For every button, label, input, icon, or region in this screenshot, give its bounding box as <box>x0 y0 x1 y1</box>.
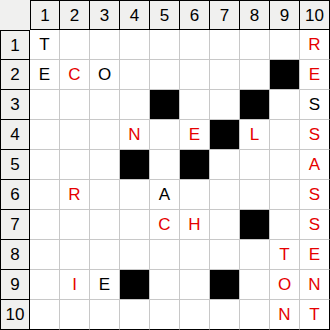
row-header-7: 7 <box>0 210 30 240</box>
cell-r7-c5[interactable]: C <box>150 210 180 240</box>
entered-letter: E <box>309 66 320 83</box>
cell-r3-c9[interactable] <box>270 90 300 120</box>
cell-r5-c5[interactable] <box>150 150 180 180</box>
cell-r10-c7[interactable] <box>210 300 240 330</box>
entered-letter: N <box>128 126 140 143</box>
entered-letter: S <box>309 186 320 203</box>
entered-letter: I <box>72 276 77 293</box>
cell-r8-c8[interactable] <box>240 240 270 270</box>
cell-r5-c8[interactable] <box>240 150 270 180</box>
cell-r3-c1[interactable] <box>30 90 60 120</box>
entered-letter: N <box>308 276 320 293</box>
cell-r1-c9[interactable] <box>270 30 300 60</box>
cell-r4-c2[interactable] <box>60 120 90 150</box>
entered-letter: C <box>68 66 80 83</box>
col-header-8: 8 <box>240 0 270 30</box>
cell-r2-c5[interactable] <box>150 60 180 90</box>
row-header-6: 6 <box>0 180 30 210</box>
cell-r6-c10[interactable]: S <box>300 180 330 210</box>
cell-r6-c6[interactable] <box>180 180 210 210</box>
cell-r8-c9[interactable]: T <box>270 240 300 270</box>
cell-r7-c3[interactable] <box>90 210 120 240</box>
cell-r2-c4[interactable] <box>120 60 150 90</box>
cell-r7-c1[interactable] <box>30 210 60 240</box>
cell-r9-c2[interactable]: I <box>60 270 90 300</box>
col-header-7: 7 <box>210 0 240 30</box>
cell-r1-c2[interactable] <box>60 30 90 60</box>
entered-letter: S <box>309 126 320 143</box>
cell-r1-c5[interactable] <box>150 30 180 60</box>
cell-r2-c6[interactable] <box>180 60 210 90</box>
cell-r2-c1[interactable]: E <box>30 60 60 90</box>
black-cell-r5-c6 <box>180 150 210 180</box>
cell-r10-c6[interactable] <box>180 300 210 330</box>
cell-r5-c2[interactable] <box>60 150 90 180</box>
cell-r1-c3[interactable] <box>90 30 120 60</box>
cell-r2-c7[interactable] <box>210 60 240 90</box>
cell-r6-c8[interactable] <box>240 180 270 210</box>
cell-r6-c7[interactable] <box>210 180 240 210</box>
cell-r4-c5[interactable] <box>150 120 180 150</box>
cell-r8-c10[interactable]: E <box>300 240 330 270</box>
row-header-10: 10 <box>0 300 30 330</box>
cell-r8-c6[interactable] <box>180 240 210 270</box>
row-header-9: 9 <box>0 270 30 300</box>
cell-r6-c2[interactable]: R <box>60 180 90 210</box>
cell-r5-c1[interactable] <box>30 150 60 180</box>
entered-letter: O <box>278 276 291 293</box>
entered-letter: L <box>250 126 259 143</box>
col-header-2: 2 <box>60 0 90 30</box>
corner-cell <box>0 0 30 30</box>
row-header-1: 1 <box>0 30 30 60</box>
crossword-board: 123456789101TR2ECOE3S4NELS5A6RAS7CHS8TE9… <box>0 0 330 330</box>
row-header-5: 5 <box>0 150 30 180</box>
col-header-5: 5 <box>150 0 180 30</box>
col-header-4: 4 <box>120 0 150 30</box>
given-letter: S <box>309 96 320 113</box>
cell-r10-c2[interactable] <box>60 300 90 330</box>
cell-r4-c3[interactable] <box>90 120 120 150</box>
black-cell-r3-c5 <box>150 90 180 120</box>
cell-r4-c8[interactable]: L <box>240 120 270 150</box>
cell-r10-c1[interactable] <box>30 300 60 330</box>
cell-r4-c10[interactable]: S <box>300 120 330 150</box>
cell-r8-c5[interactable] <box>150 240 180 270</box>
cell-r2-c8[interactable] <box>240 60 270 90</box>
cell-r9-c1[interactable] <box>30 270 60 300</box>
cell-r1-c10[interactable]: R <box>300 30 330 60</box>
cell-r6-c9[interactable] <box>270 180 300 210</box>
cell-r3-c10[interactable]: S <box>300 90 330 120</box>
col-header-10: 10 <box>300 0 330 30</box>
cell-r1-c1[interactable]: T <box>30 30 60 60</box>
cell-r7-c9[interactable] <box>270 210 300 240</box>
cell-r9-c8[interactable] <box>240 270 270 300</box>
cell-r5-c10[interactable]: A <box>300 150 330 180</box>
cell-r10-c4[interactable] <box>120 300 150 330</box>
cell-r2-c10[interactable]: E <box>300 60 330 90</box>
cell-r5-c3[interactable] <box>90 150 120 180</box>
cell-r1-c7[interactable] <box>210 30 240 60</box>
row-header-8: 8 <box>0 240 30 270</box>
cell-r7-c2[interactable] <box>60 210 90 240</box>
given-letter: A <box>159 186 170 203</box>
entered-letter: S <box>309 216 320 233</box>
black-cell-r4-c7 <box>210 120 240 150</box>
cell-r8-c1[interactable] <box>30 240 60 270</box>
cell-r9-c6[interactable] <box>180 270 210 300</box>
black-cell-r9-c7 <box>210 270 240 300</box>
row-header-3: 3 <box>0 90 30 120</box>
row-header-4: 4 <box>0 120 30 150</box>
cell-r8-c3[interactable] <box>90 240 120 270</box>
cell-r3-c4[interactable] <box>120 90 150 120</box>
cell-r10-c10[interactable]: T <box>300 300 330 330</box>
black-cell-r5-c4 <box>120 150 150 180</box>
cell-r9-c9[interactable]: O <box>270 270 300 300</box>
col-header-9: 9 <box>270 0 300 30</box>
cell-r5-c9[interactable] <box>270 150 300 180</box>
given-letter: O <box>98 66 111 83</box>
entered-letter: R <box>308 36 320 53</box>
cell-r4-c4[interactable]: N <box>120 120 150 150</box>
entered-letter: C <box>158 216 170 233</box>
black-cell-r3-c8 <box>240 90 270 120</box>
entered-letter: T <box>309 306 319 323</box>
cell-r1-c6[interactable] <box>180 30 210 60</box>
row-header-2: 2 <box>0 60 30 90</box>
cell-r7-c10[interactable]: S <box>300 210 330 240</box>
black-cell-r7-c8 <box>240 210 270 240</box>
cell-r8-c2[interactable] <box>60 240 90 270</box>
cell-r10-c8[interactable] <box>240 300 270 330</box>
given-letter: T <box>39 36 49 53</box>
cell-r10-c9[interactable]: N <box>270 300 300 330</box>
given-letter: E <box>99 276 110 293</box>
cell-r2-c3[interactable]: O <box>90 60 120 90</box>
cell-r7-c7[interactable] <box>210 210 240 240</box>
entered-letter: A <box>309 156 320 173</box>
cell-r10-c5[interactable] <box>150 300 180 330</box>
entered-letter: R <box>68 186 80 203</box>
cell-r3-c7[interactable] <box>210 90 240 120</box>
cell-r9-c5[interactable] <box>150 270 180 300</box>
cell-r3-c2[interactable] <box>60 90 90 120</box>
cell-r2-c2[interactable]: C <box>60 60 90 90</box>
entered-letter: N <box>278 306 290 323</box>
cell-r1-c4[interactable] <box>120 30 150 60</box>
cell-r4-c1[interactable] <box>30 120 60 150</box>
cell-r6-c4[interactable] <box>120 180 150 210</box>
cell-r3-c3[interactable] <box>90 90 120 120</box>
cell-r9-c3[interactable]: E <box>90 270 120 300</box>
cell-r6-c1[interactable] <box>30 180 60 210</box>
entered-letter: E <box>309 246 320 263</box>
cell-r4-c9[interactable] <box>270 120 300 150</box>
cell-r8-c4[interactable] <box>120 240 150 270</box>
cell-r4-c6[interactable]: E <box>180 120 210 150</box>
entered-letter: H <box>188 216 200 233</box>
cell-r3-c6[interactable] <box>180 90 210 120</box>
col-header-6: 6 <box>180 0 210 30</box>
cell-r6-c3[interactable] <box>90 180 120 210</box>
cell-r8-c7[interactable] <box>210 240 240 270</box>
black-cell-r9-c4 <box>120 270 150 300</box>
cell-r1-c8[interactable] <box>240 30 270 60</box>
entered-letter: T <box>279 246 289 263</box>
col-header-1: 1 <box>30 0 60 30</box>
cell-r6-c5[interactable]: A <box>150 180 180 210</box>
cell-r9-c10[interactable]: N <box>300 270 330 300</box>
col-header-3: 3 <box>90 0 120 30</box>
cell-r5-c7[interactable] <box>210 150 240 180</box>
cell-r7-c4[interactable] <box>120 210 150 240</box>
cell-r10-c3[interactable] <box>90 300 120 330</box>
cell-r7-c6[interactable]: H <box>180 210 210 240</box>
black-cell-r2-c9 <box>270 60 300 90</box>
entered-letter: E <box>189 126 200 143</box>
given-letter: E <box>39 66 50 83</box>
